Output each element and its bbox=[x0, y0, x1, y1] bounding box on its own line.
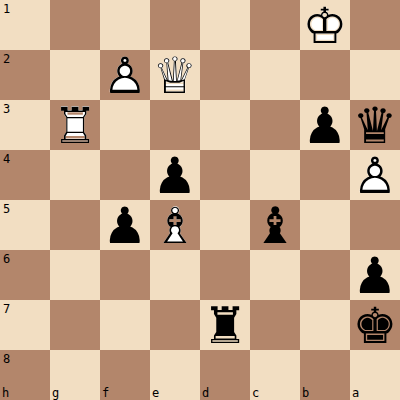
square-d7[interactable]: ♜ bbox=[200, 300, 250, 350]
piece-outline-glyph: ♖ bbox=[50, 101, 100, 151]
square-d4[interactable] bbox=[200, 150, 250, 200]
piece-fill-glyph: ♟ bbox=[350, 251, 400, 301]
square-d8[interactable] bbox=[200, 350, 250, 400]
square-c7[interactable] bbox=[250, 300, 300, 350]
square-d1[interactable] bbox=[200, 0, 250, 50]
piece-fill-glyph: ♜ bbox=[50, 101, 100, 151]
square-f5[interactable]: ♟ bbox=[100, 200, 150, 250]
square-e3[interactable] bbox=[150, 100, 200, 150]
piece-black-pawn[interactable]: ♟ bbox=[300, 100, 350, 150]
piece-white-king[interactable]: ♚♔ bbox=[300, 0, 350, 50]
square-h7[interactable] bbox=[0, 300, 50, 350]
piece-fill-glyph: ♟ bbox=[100, 201, 150, 251]
square-b2[interactable] bbox=[300, 50, 350, 100]
square-d6[interactable] bbox=[200, 250, 250, 300]
square-c2[interactable] bbox=[250, 50, 300, 100]
square-g7[interactable] bbox=[50, 300, 100, 350]
square-d3[interactable] bbox=[200, 100, 250, 150]
square-b4[interactable] bbox=[300, 150, 350, 200]
piece-fill-glyph: ♛ bbox=[350, 101, 400, 151]
piece-white-bishop[interactable]: ♝♗ bbox=[150, 200, 200, 250]
piece-black-king[interactable]: ♚ bbox=[350, 300, 400, 350]
square-a6[interactable]: ♟ bbox=[350, 250, 400, 300]
square-f6[interactable] bbox=[100, 250, 150, 300]
piece-outline-glyph: ♔ bbox=[300, 1, 350, 51]
square-e7[interactable] bbox=[150, 300, 200, 350]
piece-black-rook[interactable]: ♜ bbox=[200, 300, 250, 350]
square-d5[interactable] bbox=[200, 200, 250, 250]
square-b5[interactable] bbox=[300, 200, 350, 250]
square-a7[interactable]: ♚ bbox=[350, 300, 400, 350]
piece-fill-glyph: ♟ bbox=[100, 51, 150, 101]
piece-black-pawn[interactable]: ♟ bbox=[150, 150, 200, 200]
square-c3[interactable] bbox=[250, 100, 300, 150]
piece-black-bishop[interactable]: ♝ bbox=[250, 200, 300, 250]
piece-outline-glyph: ♕ bbox=[150, 51, 200, 101]
square-a4[interactable]: ♟♙ bbox=[350, 150, 400, 200]
piece-fill-glyph: ♛ bbox=[150, 51, 200, 101]
square-c1[interactable] bbox=[250, 0, 300, 50]
square-b3[interactable]: ♟ bbox=[300, 100, 350, 150]
piece-outline-glyph: ♗ bbox=[150, 201, 200, 251]
square-f1[interactable] bbox=[100, 0, 150, 50]
square-g2[interactable] bbox=[50, 50, 100, 100]
square-b8[interactable] bbox=[300, 350, 350, 400]
square-h5[interactable] bbox=[0, 200, 50, 250]
piece-fill-glyph: ♜ bbox=[200, 301, 250, 351]
square-c8[interactable] bbox=[250, 350, 300, 400]
square-g8[interactable] bbox=[50, 350, 100, 400]
piece-black-pawn[interactable]: ♟ bbox=[100, 200, 150, 250]
piece-fill-glyph: ♟ bbox=[350, 151, 400, 201]
square-e1[interactable] bbox=[150, 0, 200, 50]
piece-fill-glyph: ♚ bbox=[350, 301, 400, 351]
piece-outline-glyph: ♙ bbox=[350, 151, 400, 201]
square-f8[interactable] bbox=[100, 350, 150, 400]
square-f2[interactable]: ♟♙ bbox=[100, 50, 150, 100]
square-a1[interactable] bbox=[350, 0, 400, 50]
square-h4[interactable] bbox=[0, 150, 50, 200]
piece-white-pawn[interactable]: ♟♙ bbox=[100, 50, 150, 100]
piece-fill-glyph: ♝ bbox=[250, 201, 300, 251]
piece-fill-glyph: ♚ bbox=[300, 1, 350, 51]
square-e2[interactable]: ♛♕ bbox=[150, 50, 200, 100]
square-e4[interactable]: ♟ bbox=[150, 150, 200, 200]
square-h6[interactable] bbox=[0, 250, 50, 300]
square-h1[interactable] bbox=[0, 0, 50, 50]
square-h8[interactable] bbox=[0, 350, 50, 400]
piece-white-rook[interactable]: ♜♖ bbox=[50, 100, 100, 150]
chess-board: ♚♔♟♙♛♕♜♖♟♛♟♟♙♟♝♗♝♟♜♚12345678hgfedcba bbox=[0, 0, 400, 400]
square-g4[interactable] bbox=[50, 150, 100, 200]
square-a2[interactable] bbox=[350, 50, 400, 100]
square-c5[interactable]: ♝ bbox=[250, 200, 300, 250]
square-f3[interactable] bbox=[100, 100, 150, 150]
square-e5[interactable]: ♝♗ bbox=[150, 200, 200, 250]
square-g6[interactable] bbox=[50, 250, 100, 300]
square-c6[interactable] bbox=[250, 250, 300, 300]
square-b7[interactable] bbox=[300, 300, 350, 350]
piece-white-pawn[interactable]: ♟♙ bbox=[350, 150, 400, 200]
square-d2[interactable] bbox=[200, 50, 250, 100]
square-e6[interactable] bbox=[150, 250, 200, 300]
piece-white-queen[interactable]: ♛♕ bbox=[150, 50, 200, 100]
piece-black-queen[interactable]: ♛ bbox=[350, 100, 400, 150]
square-f7[interactable] bbox=[100, 300, 150, 350]
square-c4[interactable] bbox=[250, 150, 300, 200]
square-a3[interactable]: ♛ bbox=[350, 100, 400, 150]
piece-fill-glyph: ♟ bbox=[150, 151, 200, 201]
square-b6[interactable] bbox=[300, 250, 350, 300]
piece-fill-glyph: ♟ bbox=[300, 101, 350, 151]
square-h2[interactable] bbox=[0, 50, 50, 100]
square-g1[interactable] bbox=[50, 0, 100, 50]
square-b1[interactable]: ♚♔ bbox=[300, 0, 350, 50]
square-g5[interactable] bbox=[50, 200, 100, 250]
square-h3[interactable] bbox=[0, 100, 50, 150]
piece-fill-glyph: ♝ bbox=[150, 201, 200, 251]
square-a8[interactable] bbox=[350, 350, 400, 400]
square-a5[interactable] bbox=[350, 200, 400, 250]
square-g3[interactable]: ♜♖ bbox=[50, 100, 100, 150]
square-f4[interactable] bbox=[100, 150, 150, 200]
piece-black-pawn[interactable]: ♟ bbox=[350, 250, 400, 300]
piece-outline-glyph: ♙ bbox=[100, 51, 150, 101]
square-e8[interactable] bbox=[150, 350, 200, 400]
